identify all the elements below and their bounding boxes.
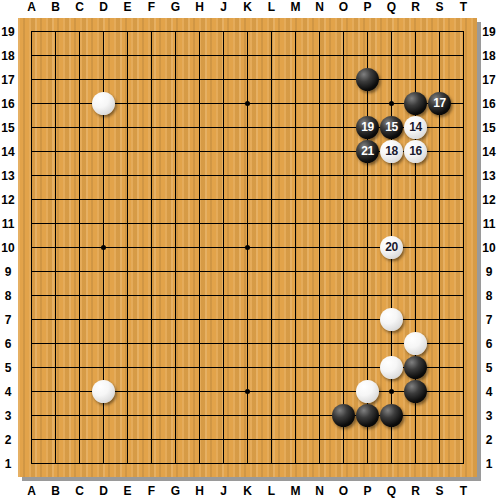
coord-right-18: 18: [482, 49, 495, 63]
stone-P3[interactable]: [356, 404, 379, 427]
coord-top-P: P: [363, 0, 371, 14]
coord-right-19: 19: [482, 25, 495, 39]
stone-D16[interactable]: [92, 92, 115, 115]
star-point: [245, 245, 250, 250]
coord-bottom-M: M: [291, 484, 301, 498]
move-20-stone-Q10[interactable]: 20: [380, 236, 403, 259]
star-point: [245, 101, 250, 106]
coord-bottom-L: L: [268, 484, 275, 498]
coord-left-4: 4: [5, 385, 12, 399]
coord-top-L: L: [268, 0, 275, 14]
coord-bottom-C: C: [75, 484, 84, 498]
coord-right-13: 13: [482, 169, 495, 183]
stone-P4[interactable]: [356, 380, 379, 403]
coord-top-A: A: [27, 0, 36, 14]
coord-left-17: 17: [1, 73, 14, 87]
coord-right-17: 17: [482, 73, 495, 87]
stone-move-number: 15: [380, 116, 403, 139]
coord-right-10: 10: [482, 241, 495, 255]
coord-left-16: 16: [1, 97, 14, 111]
coord-left-7: 7: [5, 313, 12, 327]
stone-move-number: 18: [380, 140, 403, 163]
go-board[interactable]: 1719151421181620: [18, 18, 477, 477]
stone-Q5[interactable]: [380, 356, 403, 379]
grid-line-vertical: [319, 31, 320, 464]
coord-left-10: 10: [1, 241, 14, 255]
coord-left-19: 19: [1, 25, 14, 39]
stone-Q3[interactable]: [380, 404, 403, 427]
stone-move-number: 20: [380, 236, 403, 259]
coord-right-8: 8: [486, 289, 493, 303]
coord-bottom-K: K: [243, 484, 252, 498]
grid-line-vertical: [463, 31, 464, 464]
coord-top-Q: Q: [387, 0, 396, 14]
coord-right-2: 2: [486, 433, 493, 447]
coord-right-3: 3: [486, 409, 493, 423]
coord-right-16: 16: [482, 97, 495, 111]
grid-line-vertical: [343, 31, 344, 464]
coord-right-9: 9: [486, 265, 493, 279]
star-point: [245, 389, 250, 394]
stone-move-number: 16: [404, 140, 427, 163]
coord-bottom-F: F: [148, 484, 155, 498]
coord-bottom-A: A: [27, 484, 36, 498]
coord-top-T: T: [460, 0, 467, 14]
coord-bottom-J: J: [220, 484, 227, 498]
stone-move-number: 17: [428, 92, 451, 115]
stone-move-number: 21: [356, 140, 379, 163]
grid-line-horizontal: [31, 463, 464, 464]
star-point: [389, 101, 394, 106]
coord-top-N: N: [315, 0, 324, 14]
stone-P17[interactable]: [356, 68, 379, 91]
coord-top-J: J: [220, 0, 227, 14]
coord-left-5: 5: [5, 361, 12, 375]
coord-left-1: 1: [5, 457, 12, 471]
coord-bottom-S: S: [435, 484, 443, 498]
coord-right-12: 12: [482, 193, 495, 207]
coord-right-7: 7: [486, 313, 493, 327]
coord-top-C: C: [75, 0, 84, 14]
stone-R4[interactable]: [404, 380, 427, 403]
coord-left-6: 6: [5, 337, 12, 351]
move-21-stone-P14[interactable]: 21: [356, 140, 379, 163]
coord-top-R: R: [411, 0, 420, 14]
move-18-stone-Q14[interactable]: 18: [380, 140, 403, 163]
grid-line-vertical: [295, 31, 296, 464]
coord-right-1: 1: [486, 457, 493, 471]
coord-bottom-R: R: [411, 484, 420, 498]
coord-left-12: 12: [1, 193, 14, 207]
coord-right-4: 4: [486, 385, 493, 399]
move-14-stone-R15[interactable]: 14: [404, 116, 427, 139]
coord-top-S: S: [435, 0, 443, 14]
stone-R16[interactable]: [404, 92, 427, 115]
coord-top-B: B: [51, 0, 60, 14]
coord-right-15: 15: [482, 121, 495, 135]
coord-bottom-N: N: [315, 484, 324, 498]
coord-bottom-D: D: [99, 484, 108, 498]
coord-left-13: 13: [1, 169, 14, 183]
move-15-stone-Q15[interactable]: 15: [380, 116, 403, 139]
star-point: [101, 245, 106, 250]
stone-D4[interactable]: [92, 380, 115, 403]
coord-bottom-T: T: [460, 484, 467, 498]
coord-left-18: 18: [1, 49, 14, 63]
coord-left-15: 15: [1, 121, 14, 135]
grid-line-vertical: [271, 31, 272, 464]
grid-line-horizontal: [31, 439, 464, 440]
stone-O3[interactable]: [332, 404, 355, 427]
coord-bottom-P: P: [363, 484, 371, 498]
go-diagram-screen: 1719151421181620 AABBCCDDEEFFGGHHJJKKLLM…: [0, 0, 500, 500]
grid-line-horizontal: [31, 343, 464, 344]
coord-right-14: 14: [482, 145, 495, 159]
move-19-stone-P15[interactable]: 19: [356, 116, 379, 139]
coord-left-14: 14: [1, 145, 14, 159]
coord-top-H: H: [195, 0, 204, 14]
coord-top-D: D: [99, 0, 108, 14]
coord-top-G: G: [171, 0, 180, 14]
move-17-stone-S16[interactable]: 17: [428, 92, 451, 115]
stone-Q7[interactable]: [380, 308, 403, 331]
coord-bottom-B: B: [51, 484, 60, 498]
coord-bottom-Q: Q: [387, 484, 396, 498]
move-16-stone-R14[interactable]: 16: [404, 140, 427, 163]
coord-top-K: K: [243, 0, 252, 14]
coord-top-F: F: [148, 0, 155, 14]
coord-right-6: 6: [486, 337, 493, 351]
stone-R5[interactable]: [404, 356, 427, 379]
stone-move-number: 19: [356, 116, 379, 139]
coord-top-M: M: [291, 0, 301, 14]
coord-bottom-H: H: [195, 484, 204, 498]
coord-right-5: 5: [486, 361, 493, 375]
star-point: [389, 389, 394, 394]
coord-top-E: E: [123, 0, 131, 14]
stone-R6[interactable]: [404, 332, 427, 355]
coord-left-8: 8: [5, 289, 12, 303]
coord-left-3: 3: [5, 409, 12, 423]
coord-bottom-E: E: [123, 484, 131, 498]
grid-line-horizontal: [31, 295, 464, 296]
coord-bottom-O: O: [339, 484, 348, 498]
coord-bottom-G: G: [171, 484, 180, 498]
coord-left-9: 9: [5, 265, 12, 279]
stone-move-number: 14: [404, 116, 427, 139]
coord-top-O: O: [339, 0, 348, 14]
coord-right-11: 11: [483, 217, 496, 231]
coord-left-2: 2: [5, 433, 12, 447]
coord-left-11: 11: [2, 217, 15, 231]
grid-line-horizontal: [31, 271, 464, 272]
